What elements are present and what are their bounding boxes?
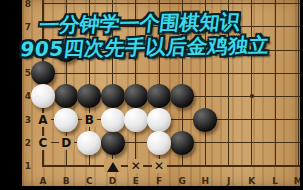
row-coordinate-1: 1 <box>22 161 34 171</box>
column-coordinate-A: A <box>37 176 49 186</box>
go-board[interactable]: 12345678ABCDEFGHJKLMABCD✕✕ <box>22 0 300 186</box>
black-stone-A5[interactable] <box>31 61 55 85</box>
black-stone-H3[interactable] <box>193 108 217 132</box>
black-stone-G4[interactable] <box>170 84 194 108</box>
x-mark-F1: ✕ <box>152 159 167 173</box>
column-coordinate-J: J <box>223 176 235 186</box>
column-coordinate-L: L <box>269 176 281 186</box>
column-coordinate-H: H <box>199 176 211 186</box>
grid-row-7 <box>42 26 300 27</box>
column-coordinate-B: B <box>60 176 72 186</box>
row-coordinate-2: 2 <box>22 138 34 148</box>
white-stone-C2[interactable] <box>77 131 101 155</box>
left-black-bar <box>0 0 22 190</box>
black-stone-C4[interactable] <box>77 84 101 108</box>
white-stone-B3[interactable] <box>54 108 78 132</box>
x-mark-E1: ✕ <box>128 159 143 173</box>
white-stone-E3[interactable] <box>124 108 148 132</box>
grid-row-1 <box>42 165 300 167</box>
point-label-C-A2: C <box>36 136 51 150</box>
point-label-A-A3: A <box>36 113 51 127</box>
grid-row-6 <box>42 50 300 51</box>
column-coordinate-C: C <box>83 176 95 186</box>
grid-row-5 <box>42 73 300 74</box>
white-stone-D3[interactable] <box>101 108 125 132</box>
black-stone-F4[interactable] <box>147 84 171 108</box>
black-stone-D4[interactable] <box>101 84 125 108</box>
column-coordinate-D: D <box>107 176 119 186</box>
column-coordinate-K: K <box>246 176 258 186</box>
white-stone-F3[interactable] <box>147 108 171 132</box>
row-coordinate-6: 6 <box>22 45 34 55</box>
grid-row-8 <box>42 3 300 4</box>
row-coordinate-7: 7 <box>22 22 34 32</box>
right-black-bar <box>300 0 303 190</box>
column-coordinate-F: F <box>153 176 165 186</box>
row-coordinate-3: 3 <box>22 115 34 125</box>
white-stone-F2[interactable] <box>147 131 171 155</box>
triangle-icon <box>107 162 119 172</box>
bottom-black-bar <box>0 186 303 190</box>
column-coordinate-G: G <box>176 176 188 186</box>
black-stone-B4[interactable] <box>54 84 78 108</box>
video-frame: 12345678ABCDEFGHJKLMABCD✕✕ 一分钟学一个围棋知识 90… <box>0 0 303 190</box>
grid-row-3 <box>42 119 300 120</box>
point-label-D-B2: D <box>59 136 74 150</box>
black-stone-G2[interactable] <box>170 131 194 155</box>
black-stone-E4[interactable] <box>124 84 148 108</box>
white-stone-A4[interactable] <box>31 84 55 108</box>
column-coordinate-E: E <box>130 176 142 186</box>
triangle-mark-D1 <box>104 159 121 172</box>
row-coordinate-8: 8 <box>22 0 34 9</box>
point-label-B-C3: B <box>82 113 97 127</box>
black-stone-D2[interactable] <box>101 131 125 155</box>
black-stone-B6[interactable] <box>54 38 78 62</box>
star-point-K4 <box>250 94 254 98</box>
